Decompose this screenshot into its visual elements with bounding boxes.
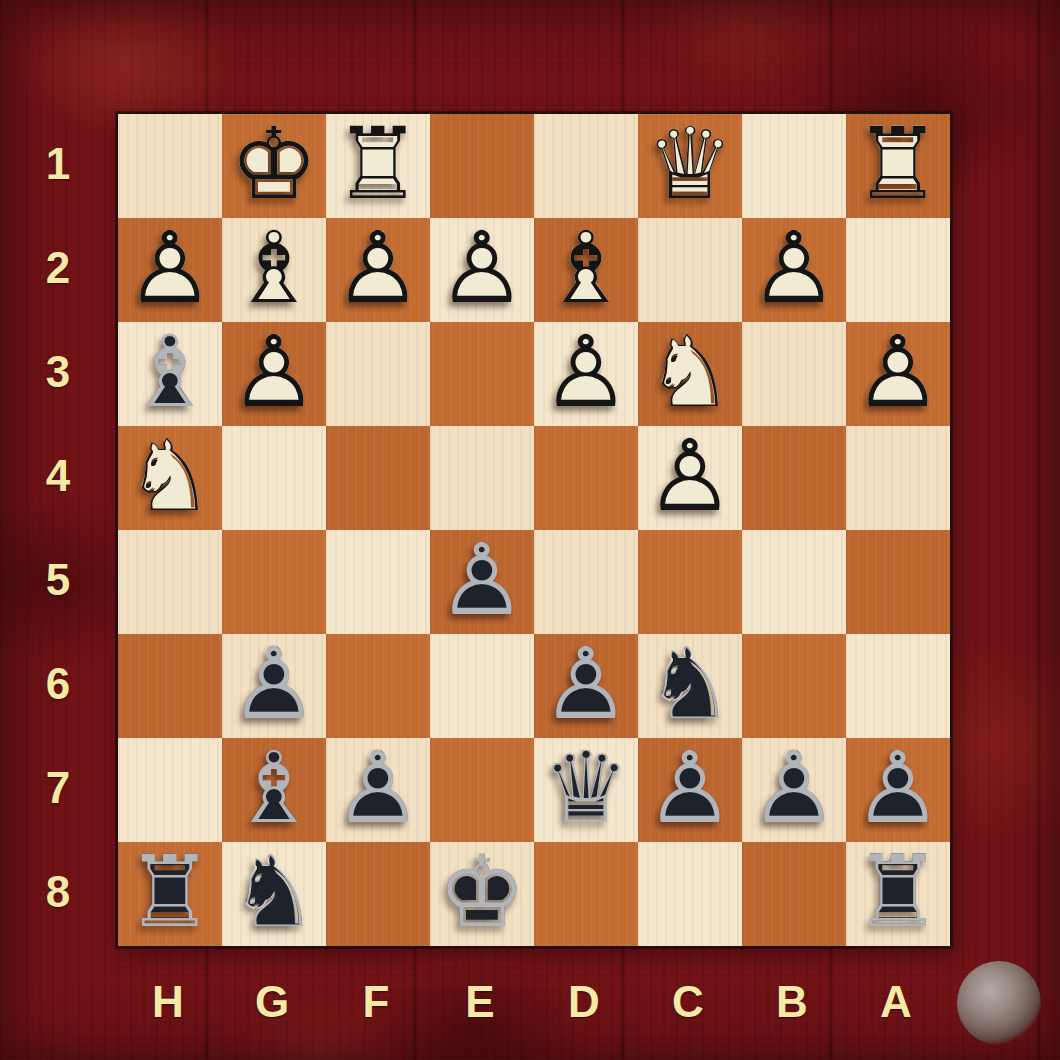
white-pawn-outline: ♙ — [326, 215, 430, 319]
square-e8[interactable]: ♚♔ — [430, 842, 534, 946]
white-pawn-outline: ♙ — [222, 319, 326, 423]
file-label-b: B — [740, 944, 844, 1060]
piece-white-pawn[interactable]: ♟♙ — [638, 426, 742, 530]
file-label-c: C — [636, 944, 740, 1060]
piece-white-rook[interactable]: ♜♖ — [846, 114, 950, 218]
square-g4[interactable] — [222, 426, 326, 530]
square-e7[interactable] — [430, 738, 534, 842]
piece-white-bishop[interactable]: ♝♗ — [222, 218, 326, 322]
piece-white-pawn[interactable]: ♟♙ — [534, 322, 638, 426]
square-h5[interactable] — [118, 530, 222, 634]
white-pawn-outline: ♙ — [430, 215, 534, 319]
white-pawn-outline: ♙ — [638, 423, 742, 527]
piece-black-pawn[interactable]: ♟♙ — [534, 634, 638, 738]
rank-label-5: 5 — [0, 528, 116, 632]
piece-white-pawn[interactable]: ♟♙ — [118, 218, 222, 322]
rank-label-1: 1 — [0, 112, 116, 216]
black-king-outline: ♔ — [430, 839, 534, 943]
square-e5[interactable]: ♟♙ — [430, 530, 534, 634]
square-h1[interactable] — [118, 114, 222, 218]
rank-label-8: 8 — [0, 840, 116, 944]
white-knight-outline: ♘ — [638, 319, 742, 423]
square-e4[interactable] — [430, 426, 534, 530]
square-b7[interactable]: ♟♙ — [742, 738, 846, 842]
square-f4[interactable] — [326, 426, 430, 530]
square-c3[interactable]: ♞♘ — [638, 322, 742, 426]
piece-white-pawn[interactable]: ♟♙ — [846, 322, 950, 426]
square-d5[interactable] — [534, 530, 638, 634]
square-f8[interactable] — [326, 842, 430, 946]
square-a4[interactable] — [846, 426, 950, 530]
black-knight-outline: ♘ — [638, 631, 742, 735]
square-d6[interactable]: ♟♙ — [534, 634, 638, 738]
piece-black-pawn[interactable]: ♟♙ — [638, 738, 742, 842]
square-e3[interactable] — [430, 322, 534, 426]
square-c7[interactable]: ♟♙ — [638, 738, 742, 842]
square-f7[interactable]: ♟♙ — [326, 738, 430, 842]
black-pawn-outline: ♙ — [222, 631, 326, 735]
square-c6[interactable]: ♞♘ — [638, 634, 742, 738]
file-label-e: E — [428, 944, 532, 1060]
square-a7[interactable]: ♟♙ — [846, 738, 950, 842]
square-g2[interactable]: ♝♗ — [222, 218, 326, 322]
square-h2[interactable]: ♟♙ — [118, 218, 222, 322]
square-h6[interactable] — [118, 634, 222, 738]
square-g3[interactable]: ♟♙ — [222, 322, 326, 426]
square-a5[interactable] — [846, 530, 950, 634]
square-e1[interactable] — [430, 114, 534, 218]
square-c4[interactable]: ♟♙ — [638, 426, 742, 530]
piece-black-bishop[interactable]: ♝♗ — [222, 738, 326, 842]
black-pawn-outline: ♙ — [638, 735, 742, 839]
black-pawn-outline: ♙ — [846, 735, 950, 839]
file-labels: HGFEDCBA — [116, 944, 948, 1060]
square-d1[interactable] — [534, 114, 638, 218]
square-c1[interactable]: ♛♕ — [638, 114, 742, 218]
rank-label-6: 6 — [0, 632, 116, 736]
square-b2[interactable]: ♟♙ — [742, 218, 846, 322]
white-pawn-outline: ♙ — [534, 319, 638, 423]
file-label-d: D — [532, 944, 636, 1060]
square-d4[interactable] — [534, 426, 638, 530]
white-knight-outline: ♘ — [118, 423, 222, 527]
black-rook-outline: ♖ — [846, 839, 950, 943]
piece-black-pawn[interactable]: ♟♙ — [326, 738, 430, 842]
piece-black-queen[interactable]: ♛♕ — [534, 738, 638, 842]
square-b1[interactable] — [742, 114, 846, 218]
square-e2[interactable]: ♟♙ — [430, 218, 534, 322]
rank-label-3: 3 — [0, 320, 116, 424]
square-d8[interactable] — [534, 842, 638, 946]
file-label-f: F — [324, 944, 428, 1060]
square-h7[interactable] — [118, 738, 222, 842]
square-c2[interactable] — [638, 218, 742, 322]
piece-black-pawn[interactable]: ♟♙ — [430, 530, 534, 634]
black-bishop-outline: ♗ — [222, 735, 326, 839]
square-g8[interactable]: ♞♘ — [222, 842, 326, 946]
square-b5[interactable] — [742, 530, 846, 634]
square-d2[interactable]: ♝♗ — [534, 218, 638, 322]
square-a2[interactable] — [846, 218, 950, 322]
square-b8[interactable] — [742, 842, 846, 946]
piece-white-queen[interactable]: ♛♕ — [638, 114, 742, 218]
piece-white-pawn[interactable]: ♟♙ — [222, 322, 326, 426]
file-label-h: H — [116, 944, 220, 1060]
rank-label-4: 4 — [0, 424, 116, 528]
piece-black-rook[interactable]: ♜♖ — [118, 842, 222, 946]
white-pawn-outline: ♙ — [846, 319, 950, 423]
rank-label-7: 7 — [0, 736, 116, 840]
piece-black-pawn[interactable]: ♟♙ — [742, 738, 846, 842]
square-h8[interactable]: ♜♖ — [118, 842, 222, 946]
black-pawn-outline: ♙ — [430, 527, 534, 631]
piece-black-knight[interactable]: ♞♘ — [222, 842, 326, 946]
piece-black-knight[interactable]: ♞♘ — [638, 634, 742, 738]
white-queen-outline: ♕ — [638, 111, 742, 215]
square-d7[interactable]: ♛♕ — [534, 738, 638, 842]
black-rook-outline: ♖ — [118, 839, 222, 943]
piece-black-rook[interactable]: ♜♖ — [846, 842, 950, 946]
square-g7[interactable]: ♝♗ — [222, 738, 326, 842]
piece-white-knight[interactable]: ♞♘ — [638, 322, 742, 426]
black-pawn-outline: ♙ — [326, 735, 430, 839]
white-pawn-outline: ♙ — [742, 215, 846, 319]
piece-white-bishop[interactable]: ♝♗ — [534, 218, 638, 322]
square-h4[interactable]: ♞♘ — [118, 426, 222, 530]
square-g5[interactable] — [222, 530, 326, 634]
square-d3[interactable]: ♟♙ — [534, 322, 638, 426]
piece-white-rook[interactable]: ♜♖ — [326, 114, 430, 218]
white-rook-outline: ♖ — [326, 111, 430, 215]
square-f1[interactable]: ♜♖ — [326, 114, 430, 218]
piece-black-pawn[interactable]: ♟♙ — [846, 738, 950, 842]
square-b6[interactable] — [742, 634, 846, 738]
board-frame: 12345678 ♚♔♜♖♛♕♜♖♟♙♝♗♟♙♟♙♝♗♟♙♝♗♟♙♟♙♞♘♟♙♞… — [0, 0, 1060, 1060]
square-b4[interactable] — [742, 426, 846, 530]
sphere-ornament-icon — [957, 961, 1041, 1045]
square-a1[interactable]: ♜♖ — [846, 114, 950, 218]
white-pawn-outline: ♙ — [118, 215, 222, 319]
white-bishop-outline: ♗ — [534, 215, 638, 319]
file-label-a: A — [844, 944, 948, 1060]
square-b3[interactable] — [742, 322, 846, 426]
square-f2[interactable]: ♟♙ — [326, 218, 430, 322]
black-queen-outline: ♕ — [534, 735, 638, 839]
rank-labels: 12345678 — [0, 112, 116, 944]
square-f3[interactable] — [326, 322, 430, 426]
file-label-g: G — [220, 944, 324, 1060]
black-pawn-outline: ♙ — [534, 631, 638, 735]
piece-black-pawn[interactable]: ♟♙ — [222, 634, 326, 738]
piece-white-pawn[interactable]: ♟♙ — [742, 218, 846, 322]
square-g6[interactable]: ♟♙ — [222, 634, 326, 738]
piece-white-knight[interactable]: ♞♘ — [118, 426, 222, 530]
square-a6[interactable] — [846, 634, 950, 738]
white-bishop-outline: ♗ — [222, 215, 326, 319]
square-c8[interactable] — [638, 842, 742, 946]
white-king-outline: ♔ — [222, 111, 326, 215]
square-f6[interactable] — [326, 634, 430, 738]
chess-board: ♚♔♜♖♛♕♜♖♟♙♝♗♟♙♟♙♝♗♟♙♝♗♟♙♟♙♞♘♟♙♞♘♟♙♟♙♟♙♟♙… — [116, 112, 952, 948]
piece-white-pawn[interactable]: ♟♙ — [326, 218, 430, 322]
piece-white-pawn[interactable]: ♟♙ — [430, 218, 534, 322]
piece-white-king[interactable]: ♚♔ — [222, 114, 326, 218]
white-rook-outline: ♖ — [846, 111, 950, 215]
square-a3[interactable]: ♟♙ — [846, 322, 950, 426]
square-a8[interactable]: ♜♖ — [846, 842, 950, 946]
square-e6[interactable] — [430, 634, 534, 738]
black-bishop-outline: ♗ — [118, 319, 222, 423]
black-pawn-outline: ♙ — [742, 735, 846, 839]
rank-label-2: 2 — [0, 216, 116, 320]
square-f5[interactable] — [326, 530, 430, 634]
black-knight-outline: ♘ — [222, 839, 326, 943]
square-g1[interactable]: ♚♔ — [222, 114, 326, 218]
piece-black-bishop[interactable]: ♝♗ — [118, 322, 222, 426]
piece-black-king[interactable]: ♚♔ — [430, 842, 534, 946]
square-h3[interactable]: ♝♗ — [118, 322, 222, 426]
square-c5[interactable] — [638, 530, 742, 634]
